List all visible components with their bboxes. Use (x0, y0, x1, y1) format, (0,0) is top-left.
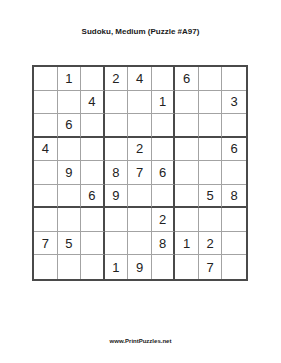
cell-r5c5[interactable]: 7 (128, 161, 152, 185)
cell-r4c6[interactable] (152, 138, 176, 162)
cell-r8c2[interactable]: 5 (58, 232, 82, 256)
cell-r3c5[interactable] (128, 114, 152, 138)
cell-r6c8[interactable]: 5 (199, 185, 223, 209)
cell-r9c3[interactable] (81, 255, 105, 279)
cell-r1c7[interactable]: 6 (175, 67, 199, 91)
cell-r2c5[interactable] (128, 91, 152, 115)
cell-r2c2[interactable] (58, 91, 82, 115)
cell-r6c9[interactable]: 8 (222, 185, 246, 209)
cell-r5c9[interactable] (222, 161, 246, 185)
cell-r9c2[interactable] (58, 255, 82, 279)
cell-r8c5[interactable] (128, 232, 152, 256)
cell-r3c7[interactable] (175, 114, 199, 138)
cell-r8c3[interactable] (81, 232, 105, 256)
cell-r7c9[interactable] (222, 208, 246, 232)
cell-r6c6[interactable] (152, 185, 176, 209)
cell-r1c3[interactable] (81, 67, 105, 91)
cell-r3c1[interactable] (34, 114, 58, 138)
cell-r1c2[interactable]: 1 (58, 67, 82, 91)
cell-r1c8[interactable] (199, 67, 223, 91)
cell-r2c1[interactable] (34, 91, 58, 115)
cell-r1c4[interactable]: 2 (105, 67, 129, 91)
cell-r9c4[interactable]: 1 (105, 255, 129, 279)
cell-r8c9[interactable] (222, 232, 246, 256)
cell-r8c7[interactable]: 1 (175, 232, 199, 256)
cell-r9c5[interactable]: 9 (128, 255, 152, 279)
cell-r2c9[interactable]: 3 (222, 91, 246, 115)
puzzle-page: Sudoku, Medium (Puzzle #A97) 12464136426… (0, 0, 281, 363)
cell-r1c9[interactable] (222, 67, 246, 91)
sudoku-board: 1246413642698766958275812197 (32, 65, 248, 281)
cell-r2c8[interactable] (199, 91, 223, 115)
cell-r8c8[interactable]: 2 (199, 232, 223, 256)
cell-r2c3[interactable]: 4 (81, 91, 105, 115)
cell-r8c6[interactable]: 8 (152, 232, 176, 256)
cell-r3c6[interactable] (152, 114, 176, 138)
cell-r7c6[interactable]: 2 (152, 208, 176, 232)
cell-r9c1[interactable] (34, 255, 58, 279)
cell-r3c2[interactable]: 6 (58, 114, 82, 138)
cell-r9c9[interactable] (222, 255, 246, 279)
cell-r9c7[interactable] (175, 255, 199, 279)
cell-r5c3[interactable] (81, 161, 105, 185)
cell-r5c4[interactable]: 8 (105, 161, 129, 185)
cell-r4c4[interactable] (105, 138, 129, 162)
cell-r3c4[interactable] (105, 114, 129, 138)
cell-r6c4[interactable]: 9 (105, 185, 129, 209)
cell-r2c6[interactable]: 1 (152, 91, 176, 115)
cell-r8c4[interactable] (105, 232, 129, 256)
cell-r7c2[interactable] (58, 208, 82, 232)
cell-r4c3[interactable] (81, 138, 105, 162)
puzzle-title: Sudoku, Medium (Puzzle #A97) (0, 27, 281, 36)
cell-r5c7[interactable] (175, 161, 199, 185)
cell-r4c8[interactable] (199, 138, 223, 162)
cell-r6c2[interactable] (58, 185, 82, 209)
cell-r9c8[interactable]: 7 (199, 255, 223, 279)
cell-r7c8[interactable] (199, 208, 223, 232)
cell-r6c5[interactable] (128, 185, 152, 209)
cell-r4c5[interactable]: 2 (128, 138, 152, 162)
cell-r7c5[interactable] (128, 208, 152, 232)
cell-r3c8[interactable] (199, 114, 223, 138)
cell-r3c3[interactable] (81, 114, 105, 138)
cell-r6c3[interactable]: 6 (81, 185, 105, 209)
cell-r5c6[interactable]: 6 (152, 161, 176, 185)
cell-r7c7[interactable] (175, 208, 199, 232)
cell-r6c1[interactable] (34, 185, 58, 209)
cell-r8c1[interactable]: 7 (34, 232, 58, 256)
cell-r4c7[interactable] (175, 138, 199, 162)
cell-r4c1[interactable]: 4 (34, 138, 58, 162)
cell-r5c1[interactable] (34, 161, 58, 185)
footer-url: www.PrintPuzzles.net (0, 338, 281, 344)
cell-r2c4[interactable] (105, 91, 129, 115)
cell-r7c4[interactable] (105, 208, 129, 232)
cell-r7c3[interactable] (81, 208, 105, 232)
cell-r4c2[interactable] (58, 138, 82, 162)
cell-r1c1[interactable] (34, 67, 58, 91)
cell-r5c8[interactable] (199, 161, 223, 185)
cell-r2c7[interactable] (175, 91, 199, 115)
cell-r7c1[interactable] (34, 208, 58, 232)
cell-r1c5[interactable]: 4 (128, 67, 152, 91)
cell-r5c2[interactable]: 9 (58, 161, 82, 185)
cell-r4c9[interactable]: 6 (222, 138, 246, 162)
cell-r9c6[interactable] (152, 255, 176, 279)
cell-r6c7[interactable] (175, 185, 199, 209)
cell-r3c9[interactable] (222, 114, 246, 138)
cell-r1c6[interactable] (152, 67, 176, 91)
